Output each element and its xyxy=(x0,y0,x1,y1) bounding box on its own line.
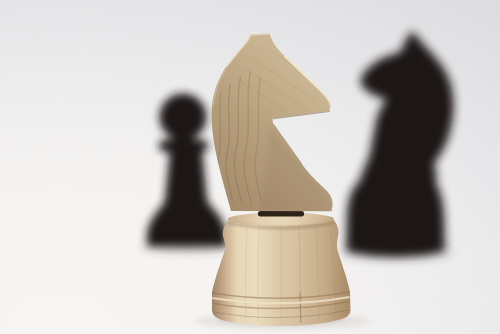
base-slot xyxy=(258,211,304,217)
black-knight-piece xyxy=(342,33,454,259)
head-chest-shading xyxy=(262,124,332,212)
wooden-knight-head xyxy=(212,34,333,213)
black-knight-body xyxy=(346,33,454,257)
black-pawn-head xyxy=(160,94,207,141)
photo-stage xyxy=(0,0,500,334)
wooden-knight-base xyxy=(212,211,351,326)
black-pawn-body xyxy=(147,150,227,246)
chess-still-life xyxy=(0,0,500,334)
